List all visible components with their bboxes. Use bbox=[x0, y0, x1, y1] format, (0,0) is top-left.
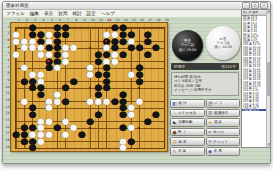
left-coordinate-14: 14 bbox=[5, 111, 9, 115]
ひとやすみ-icon: ♨ bbox=[173, 110, 177, 115]
menu-item-対局[interactable]: 対局 bbox=[58, 11, 67, 16]
top-coordinate-14: 14 bbox=[124, 18, 128, 22]
white-stone: ● bbox=[86, 71, 93, 78]
black-player-line-2: 残り 25:00 bbox=[179, 48, 197, 52]
star-point bbox=[89, 47, 91, 49]
maximize-button[interactable]: □ bbox=[251, 2, 259, 9]
black-stone: ● bbox=[144, 51, 151, 58]
black-stone: ● bbox=[86, 118, 93, 125]
top-coordinate-10: 10 bbox=[91, 18, 95, 22]
top-coordinate-7: 7 bbox=[67, 18, 69, 22]
white-stone: ● bbox=[29, 44, 36, 51]
top-coordinate-6: 6 bbox=[59, 18, 61, 22]
white-stone: ● bbox=[62, 58, 69, 65]
black-stone: ● bbox=[21, 138, 28, 145]
button-label: 棋譜保存 bbox=[214, 111, 228, 115]
待った-icon: ↶ bbox=[208, 130, 212, 135]
menu-item-設定[interactable]: 設定 bbox=[87, 11, 96, 16]
top-coordinate-9: 9 bbox=[84, 18, 86, 22]
action-button-grid: ◧検 討Ⓟパ ス♨ひとやすみ▦棋譜保存☯形勢判断★成 績●投 了↶待った▤定 石… bbox=[170, 99, 240, 156]
white-stone: ● bbox=[70, 124, 77, 131]
black-stone: ● bbox=[12, 131, 19, 138]
button-label: パ ス bbox=[214, 101, 223, 105]
black-stone: ● bbox=[95, 111, 102, 118]
move-row-44[interactable]: 131 黒 12-3 bbox=[242, 109, 267, 111]
black-stone: ● bbox=[62, 31, 69, 38]
main-area: 12345678910111213141516171819 1234567891… bbox=[3, 17, 270, 163]
top-coordinate-5: 5 bbox=[51, 18, 53, 22]
top-coordinate-4: 4 bbox=[42, 18, 44, 22]
top-coordinate-17: 17 bbox=[148, 18, 152, 22]
black-stone: ● bbox=[29, 144, 36, 151]
white-stone: ● bbox=[37, 138, 44, 145]
white-stone: ● bbox=[70, 44, 77, 51]
チャット-icon: ✉ bbox=[208, 139, 212, 144]
button-形勢判断[interactable]: ☯形勢判断 bbox=[170, 118, 205, 127]
white-stone: ● bbox=[21, 44, 28, 51]
button-label: 定 石 bbox=[178, 140, 186, 144]
white-stone: ● bbox=[37, 51, 44, 58]
left-coordinate-13: 13 bbox=[5, 105, 9, 109]
white-stone: ● bbox=[21, 98, 28, 105]
button-パス[interactable]: Ⓟパ ス bbox=[206, 99, 241, 108]
black-stone: ● bbox=[136, 44, 143, 51]
left-coordinate-16: 16 bbox=[5, 125, 9, 129]
button-label: チャット bbox=[213, 140, 228, 144]
black-stone: ● bbox=[119, 111, 126, 118]
定石-icon: ▤ bbox=[173, 139, 177, 144]
button-label: 検 討 bbox=[178, 101, 186, 105]
white-stone: ● bbox=[12, 51, 19, 58]
button-待った[interactable]: ↶待った bbox=[206, 128, 241, 137]
status-bar: 対局中 第131手 bbox=[171, 63, 239, 70]
left-coordinate-11: 11 bbox=[5, 91, 9, 95]
button-投了[interactable]: ●投 了 bbox=[170, 128, 205, 137]
button-label: 終 局 bbox=[214, 149, 222, 153]
button-終局[interactable]: ◉終 局 bbox=[206, 147, 241, 156]
white-stone: ● bbox=[95, 98, 102, 105]
black-stone: ● bbox=[152, 111, 159, 118]
close-button[interactable]: ✕ bbox=[260, 2, 268, 9]
star-point bbox=[89, 87, 91, 89]
app-window: 囲碁対局室 ─□✕ ファイル編集表示対局検討設定ヘルプ 123456789101… bbox=[2, 1, 271, 164]
black-stone: ● bbox=[119, 38, 126, 45]
minimize-button[interactable]: ─ bbox=[242, 2, 250, 9]
top-coordinate-11: 11 bbox=[99, 18, 103, 22]
white-stone: ● bbox=[45, 104, 52, 111]
left-coordinate-19: 19 bbox=[5, 145, 9, 149]
black-stone: ● bbox=[103, 84, 110, 91]
top-coordinate-12: 12 bbox=[107, 18, 111, 22]
button-棋譜保存[interactable]: ▦棋譜保存 bbox=[206, 109, 241, 118]
button-label: 設 定 bbox=[178, 149, 186, 153]
black-stone: ● bbox=[127, 44, 134, 51]
white-stone: ● bbox=[111, 58, 118, 65]
black-stone: ● bbox=[29, 111, 36, 118]
top-coordinate-8: 8 bbox=[75, 18, 77, 22]
move-list-scrollbar[interactable]: ▲ ▼ bbox=[266, 10, 271, 147]
go-board[interactable]: ●●●●●●●●●●●●●●●●●●●●●●●●●●●●●●●●●●●●●●●●… bbox=[10, 22, 168, 152]
white-stone: ● bbox=[127, 124, 134, 131]
game-info-box: 持ち時間 各25分コミ 6目半 / 互先秒読み 30秒 3回メッセージ: 対局中… bbox=[171, 72, 239, 96]
black-stone: ● bbox=[119, 124, 126, 131]
left-coordinate-12: 12 bbox=[5, 98, 9, 102]
black-stone: ● bbox=[29, 84, 36, 91]
white-stone: ● bbox=[136, 98, 143, 105]
white-stone: ● bbox=[45, 131, 52, 138]
menu-item-ファイル[interactable]: ファイル bbox=[6, 11, 25, 16]
white-stone: ● bbox=[119, 144, 126, 151]
button-label: 形勢判断 bbox=[178, 120, 192, 124]
menu-item-表示[interactable]: 表示 bbox=[44, 11, 53, 16]
black-stone: ● bbox=[45, 64, 52, 71]
white-stone: ● bbox=[127, 111, 134, 118]
white-stone: ● bbox=[86, 98, 93, 105]
white-player-badge: 白番アマ二段残り 24:30 bbox=[206, 26, 240, 60]
black-stone: ● bbox=[127, 138, 134, 145]
black-stone: ● bbox=[70, 78, 77, 85]
black-stone: ● bbox=[37, 91, 44, 98]
white-stone: ● bbox=[12, 38, 19, 45]
top-coordinate-2: 2 bbox=[26, 18, 28, 22]
star-point bbox=[89, 127, 91, 129]
info-line-3: メッセージ: 対局中です bbox=[174, 88, 236, 93]
game-panel: 黒番アマ二段残り 25:00 白番アマ二段残り 24:30 対局中 第131手 … bbox=[169, 17, 240, 164]
menu-item-編集[interactable]: 編集 bbox=[30, 11, 39, 16]
設定-icon: ✎ bbox=[173, 149, 177, 154]
top-coordinate-15: 15 bbox=[132, 18, 136, 22]
left-coordinate-10: 10 bbox=[5, 85, 9, 89]
top-coordinate-13: 13 bbox=[115, 18, 119, 22]
white-stone: ● bbox=[53, 98, 60, 105]
button-定石[interactable]: ▤定 石 bbox=[170, 137, 205, 146]
title-bar: 囲碁対局室 ─□✕ bbox=[3, 2, 270, 10]
white-stone: ● bbox=[62, 131, 69, 138]
形勢判断-icon: ☯ bbox=[173, 120, 177, 125]
棋譜保存-icon: ▦ bbox=[208, 110, 212, 115]
window-title: 囲碁対局室 bbox=[3, 3, 242, 8]
move-list-rows: 88 白 15-489 黒 16-390 白 14-291 黒 13-192 白… bbox=[242, 15, 267, 147]
button-成績[interactable]: ★成 績 bbox=[206, 118, 241, 127]
black-stone: ● bbox=[53, 124, 60, 131]
button-label: ひとやすみ bbox=[178, 111, 196, 115]
top-coordinate-3: 3 bbox=[34, 18, 36, 22]
menu-item-ヘルプ[interactable]: ヘルプ bbox=[101, 11, 115, 16]
star-point bbox=[138, 127, 140, 129]
white-stone: ● bbox=[21, 64, 28, 71]
star-point bbox=[138, 87, 140, 89]
white-stone: ● bbox=[53, 64, 60, 71]
black-stone: ● bbox=[144, 118, 151, 125]
top-coordinate-16: 16 bbox=[140, 18, 144, 22]
black-stone: ● bbox=[78, 131, 85, 138]
black-stone: ● bbox=[62, 84, 69, 91]
scroll-thumb[interactable] bbox=[267, 62, 270, 96]
menu-item-検討[interactable]: 検討 bbox=[72, 11, 81, 16]
button-設定[interactable]: ✎設 定 bbox=[170, 147, 205, 156]
game-state-label: 対局中 bbox=[174, 64, 185, 69]
black-stone: ● bbox=[95, 71, 102, 78]
white-stone: ● bbox=[127, 71, 134, 78]
パス-icon: Ⓟ bbox=[208, 101, 213, 106]
white-stone: ● bbox=[62, 118, 69, 125]
scroll-down-icon[interactable]: ▼ bbox=[267, 143, 271, 147]
black-stone: ● bbox=[119, 51, 126, 58]
left-coordinate-18: 18 bbox=[5, 138, 9, 142]
button-label: 投 了 bbox=[178, 130, 186, 134]
move-count-label: 第131手 bbox=[221, 64, 236, 69]
left-coordinate-15: 15 bbox=[5, 118, 9, 122]
black-stone: ● bbox=[95, 58, 102, 65]
left-coordinate-17: 17 bbox=[5, 131, 9, 135]
button-検討[interactable]: ◧検 討 bbox=[170, 99, 205, 108]
top-coordinate-1: 1 bbox=[18, 18, 20, 22]
終局-icon: ◉ bbox=[208, 149, 212, 154]
black-stone: ● bbox=[21, 78, 28, 85]
black-stone: ● bbox=[152, 44, 159, 51]
button-label: 待った bbox=[213, 130, 224, 134]
black-stone: ● bbox=[62, 98, 69, 105]
black-player-badge: 黒番アマ二段残り 25:00 bbox=[172, 30, 203, 61]
move-list-panel: No. 手 座標 88 白 15-489 黒 16-390 白 14-291 黒… bbox=[241, 9, 271, 148]
white-player-line-2: 残り 24:30 bbox=[214, 45, 232, 49]
window-controls: ─□✕ bbox=[242, 2, 270, 9]
black-stone: ● bbox=[136, 78, 143, 85]
投了-icon: ● bbox=[173, 130, 177, 135]
top-coordinate-18: 18 bbox=[157, 18, 161, 22]
button-ひとやすみ[interactable]: ♨ひとやすみ bbox=[170, 109, 205, 118]
button-label: 成 績 bbox=[214, 120, 222, 124]
scroll-up-icon[interactable]: ▲ bbox=[267, 10, 271, 14]
検討-icon: ◧ bbox=[173, 101, 177, 106]
black-stone: ● bbox=[111, 98, 118, 105]
white-stone: ● bbox=[45, 118, 52, 125]
white-stone: ● bbox=[103, 98, 110, 105]
成績-icon: ★ bbox=[208, 120, 212, 125]
button-チャット[interactable]: ✉チャット bbox=[206, 137, 241, 146]
black-stone: ● bbox=[144, 38, 151, 45]
